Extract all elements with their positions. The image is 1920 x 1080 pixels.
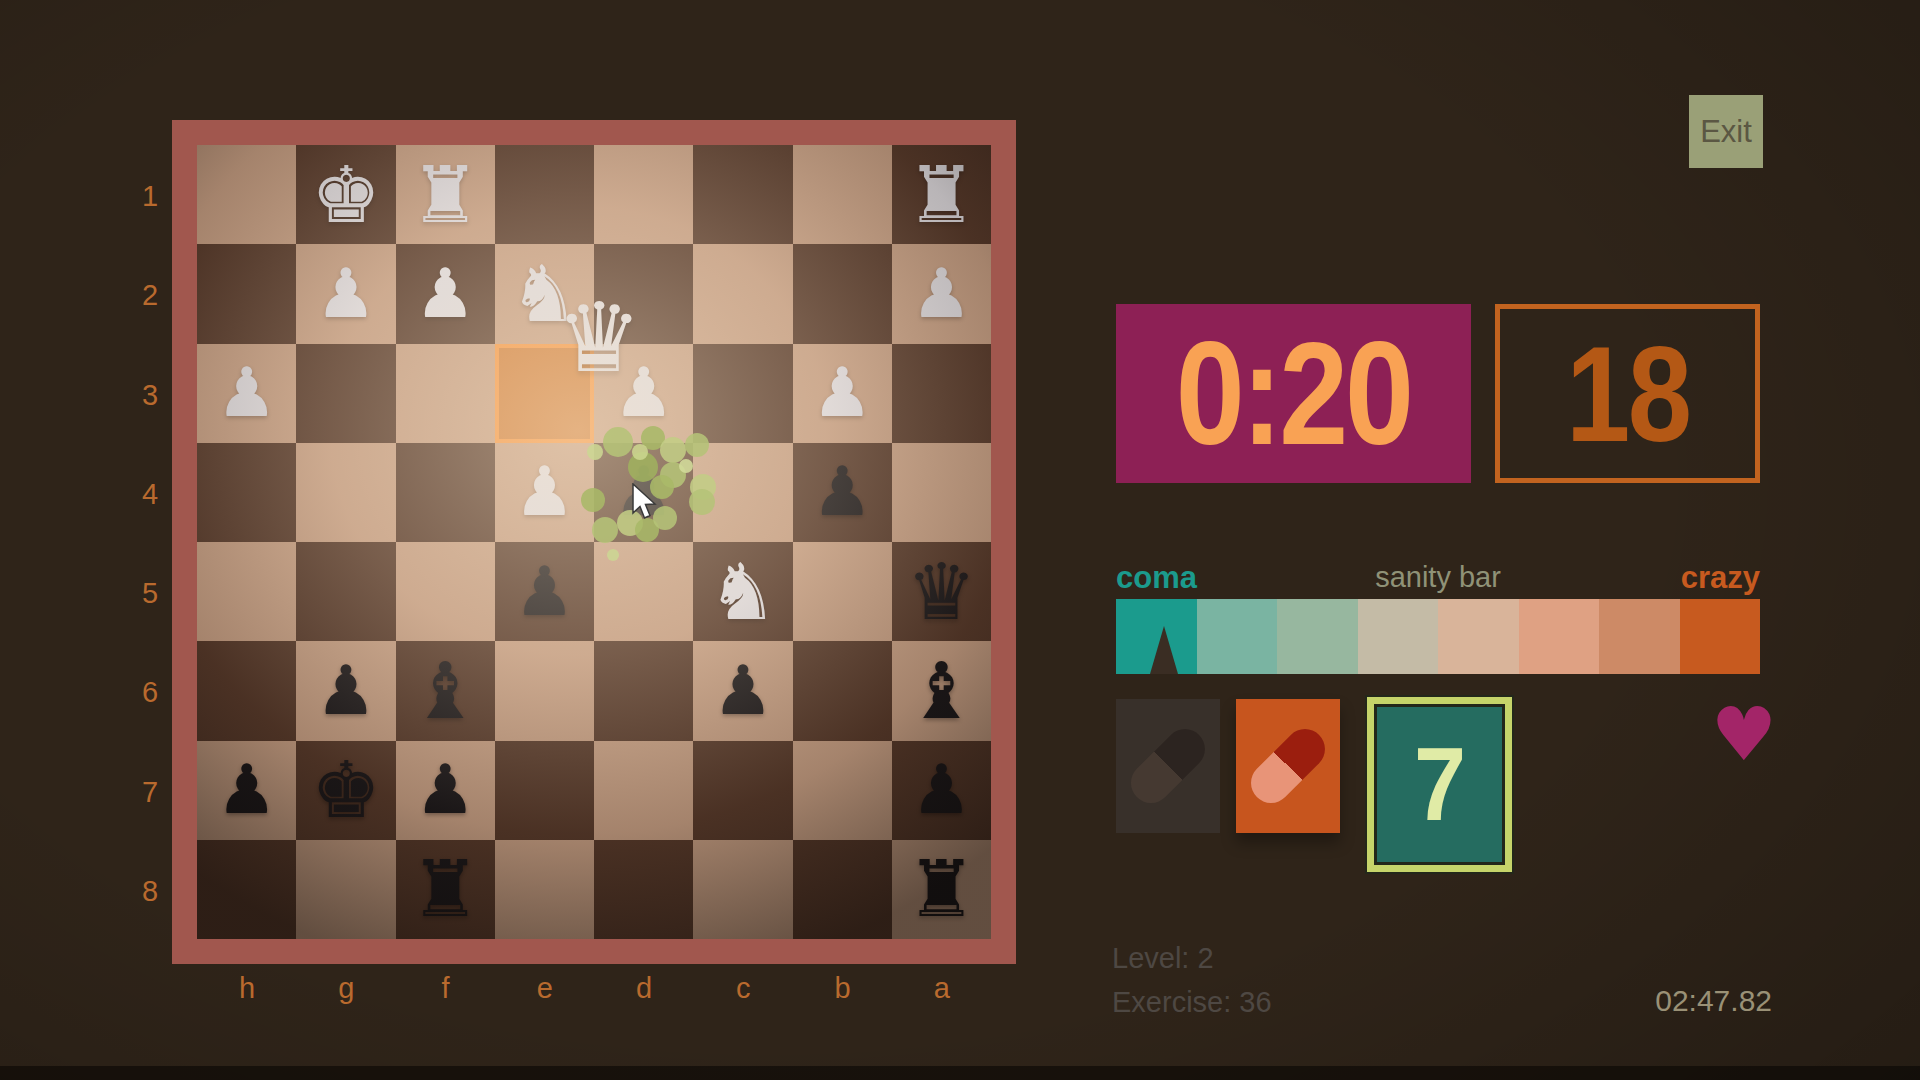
rank-label-4: 4 [132,478,168,511]
score-counter: 18 [1495,304,1760,483]
board-grid[interactable]: ♚♜♜♟♟♞♟♟♟♟♟♟♟♟♞♛♟♝♟♝♟♚♟♟♜♜ [197,145,991,939]
file-label-g: g [296,972,396,1005]
square-g5[interactable] [296,542,395,641]
square-c4[interactable] [693,443,792,542]
square-e3[interactable] [495,344,594,443]
pill-count-value: 7 [1413,725,1465,844]
white-rook-f1[interactable]: ♜ [410,156,480,234]
white-knight-c5[interactable]: ♞ [708,553,778,631]
square-e6[interactable] [495,641,594,740]
square-g6[interactable]: ♟ [296,641,395,740]
square-g7[interactable]: ♚ [296,741,395,840]
square-f8[interactable]: ♜ [396,840,495,939]
square-f3[interactable] [396,344,495,443]
square-f5[interactable] [396,542,495,641]
white-pawn-g2[interactable]: ♟ [315,260,376,328]
square-g3[interactable] [296,344,395,443]
square-c6[interactable]: ♟ [693,641,792,740]
square-g4[interactable] [296,443,395,542]
square-a5[interactable]: ♛ [892,542,991,641]
file-label-b: b [793,972,893,1005]
rank-label-1: 1 [132,180,168,213]
white-pawn-h3[interactable]: ♟ [216,359,277,427]
square-b6[interactable] [793,641,892,740]
square-h5[interactable] [197,542,296,641]
square-b3[interactable]: ♟ [793,344,892,443]
black-bishop-a6[interactable]: ♝ [906,652,976,730]
square-e1[interactable] [495,145,594,244]
pill-button[interactable] [1236,699,1340,833]
black-pawn-c6[interactable]: ♟ [712,657,773,725]
rank-label-5: 5 [132,577,168,610]
square-f2[interactable]: ♟ [396,244,495,343]
rank-label-3: 3 [132,379,168,412]
pill-button-disabled[interactable] [1116,699,1220,833]
square-b8[interactable] [793,840,892,939]
white-king-g1[interactable]: ♚ [311,156,381,234]
square-a1[interactable]: ♜ [892,145,991,244]
square-h6[interactable] [197,641,296,740]
square-e4[interactable]: ♟ [495,443,594,542]
white-pawn-e4[interactable]: ♟ [514,458,575,526]
square-g8[interactable] [296,840,395,939]
black-queen-a5[interactable]: ♛ [906,553,976,631]
move-timer: 0:20 [1116,304,1471,483]
black-pawn-g6[interactable]: ♟ [315,657,376,725]
square-d5[interactable] [594,542,693,641]
square-e2[interactable]: ♞ [495,244,594,343]
exercise-label: Exercise: 36 [1112,980,1272,1024]
square-f4[interactable] [396,443,495,542]
sanity-segment-4 [1358,599,1439,674]
white-rook-a1[interactable]: ♜ [906,156,976,234]
black-pawn-h7[interactable]: ♟ [216,756,277,824]
square-d3[interactable]: ♟ [594,344,693,443]
sanity-bar-crazy-label: crazy [1560,560,1760,596]
square-h8[interactable] [197,840,296,939]
square-c5[interactable]: ♞ [693,542,792,641]
square-b5[interactable] [793,542,892,641]
sanity-segment-8 [1680,599,1761,674]
square-d2[interactable] [594,244,693,343]
rank-label-8: 8 [132,875,168,908]
black-pawn-e5[interactable]: ♟ [514,558,575,626]
black-bishop-f6[interactable]: ♝ [410,652,480,730]
square-d6[interactable] [594,641,693,740]
square-a3[interactable] [892,344,991,443]
square-c1[interactable] [693,145,792,244]
sanity-bar [1116,599,1760,674]
square-f6[interactable]: ♝ [396,641,495,740]
chess-board: ♚♜♜♟♟♞♟♟♟♟♟♟♟♟♞♛♟♝♟♝♟♚♟♟♜♜ [172,120,1016,964]
square-f7[interactable]: ♟ [396,741,495,840]
rank-label-2: 2 [132,279,168,312]
square-g1[interactable]: ♚ [296,145,395,244]
rank-label-6: 6 [132,676,168,709]
pill-count: 7 [1367,697,1512,872]
square-h2[interactable] [197,244,296,343]
square-b1[interactable] [793,145,892,244]
sanity-bar-coma-label: coma [1116,560,1197,596]
exit-button-label: Exit [1700,114,1752,150]
square-a2[interactable]: ♟ [892,244,991,343]
square-a8[interactable]: ♜ [892,840,991,939]
sanity-bar-title: sanity bar [1288,561,1588,594]
sanity-segment-2 [1197,599,1278,674]
pill-icon [1243,721,1334,812]
black-pawn-f7[interactable]: ♟ [415,756,476,824]
heart-icon: ♥ [1706,692,1782,776]
square-d8[interactable] [594,840,693,939]
black-pawn-b4[interactable]: ♟ [812,458,873,526]
black-rook-a8[interactable]: ♜ [906,850,976,928]
sanity-segment-6 [1519,599,1600,674]
square-b4[interactable]: ♟ [793,443,892,542]
sanity-segment-7 [1599,599,1680,674]
file-label-h: h [197,972,297,1005]
square-b7[interactable] [793,741,892,840]
square-a6[interactable]: ♝ [892,641,991,740]
sanity-segment-5 [1438,599,1519,674]
square-c2[interactable] [693,244,792,343]
square-d7[interactable] [594,741,693,840]
square-c7[interactable] [693,741,792,840]
file-label-a: a [892,972,992,1005]
file-label-f: f [396,972,496,1005]
black-pawn-a7[interactable]: ♟ [911,756,972,824]
white-pawn-a2[interactable]: ♟ [911,260,972,328]
square-b2[interactable] [793,244,892,343]
square-d1[interactable] [594,145,693,244]
black-pawn-d4[interactable]: ♟ [613,458,674,526]
white-pawn-b3[interactable]: ♟ [812,359,873,427]
move-timer-value: 0:20 [1176,310,1411,478]
pill-icon [1123,721,1214,812]
file-label-e: e [495,972,595,1005]
file-label-d: d [594,972,694,1005]
rank-label-7: 7 [132,776,168,809]
score-counter-value: 18 [1566,316,1689,472]
square-h1[interactable] [197,145,296,244]
white-pawn-f2[interactable]: ♟ [415,260,476,328]
square-h3[interactable]: ♟ [197,344,296,443]
square-e8[interactable] [495,840,594,939]
black-rook-f8[interactable]: ♜ [410,850,480,928]
square-c3[interactable] [693,344,792,443]
square-e5[interactable]: ♟ [495,542,594,641]
square-h4[interactable] [197,443,296,542]
square-e7[interactable] [495,741,594,840]
black-king-g7[interactable]: ♚ [311,751,381,829]
exit-button[interactable]: Exit [1689,95,1763,168]
white-knight-e2[interactable]: ♞ [509,255,579,333]
square-a4[interactable] [892,443,991,542]
sanity-segment-3 [1277,599,1358,674]
file-label-c: c [693,972,793,1005]
square-f1[interactable]: ♜ [396,145,495,244]
square-g2[interactable]: ♟ [296,244,395,343]
square-d4[interactable]: ♟ [594,443,693,542]
level-label: Level: 2 [1112,936,1272,980]
session-time: 02:47.82 [1572,984,1772,1018]
square-h7[interactable]: ♟ [197,741,296,840]
square-c8[interactable] [693,840,792,939]
bottom-strip [0,1066,1920,1080]
level-status: Level: 2 Exercise: 36 [1112,936,1272,1024]
square-a7[interactable]: ♟ [892,741,991,840]
white-pawn-d3[interactable]: ♟ [613,359,674,427]
